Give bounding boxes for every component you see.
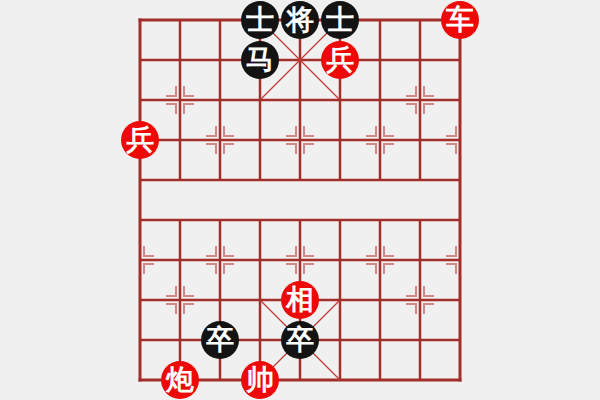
board-point-8-4[interactable] xyxy=(440,160,480,200)
red-general[interactable]: 帅 xyxy=(241,361,279,399)
board-point-6-8[interactable] xyxy=(360,320,400,360)
board-point-6-4[interactable] xyxy=(360,160,400,200)
board-point-4-7[interactable]: 相 xyxy=(280,280,320,320)
board-point-6-2[interactable] xyxy=(360,80,400,120)
board-point-8-6[interactable] xyxy=(440,240,480,280)
board-point-1-4[interactable] xyxy=(160,160,200,200)
board-point-7-1[interactable] xyxy=(400,40,440,80)
board-point-6-0[interactable] xyxy=(360,0,400,40)
board-point-3-5[interactable] xyxy=(240,200,280,240)
board-point-1-5[interactable] xyxy=(160,200,200,240)
board-point-1-2[interactable] xyxy=(160,80,200,120)
red-cannon[interactable]: 炮 xyxy=(161,361,199,399)
board-point-5-4[interactable] xyxy=(320,160,360,200)
board-point-5-8[interactable] xyxy=(320,320,360,360)
board-point-0-5[interactable] xyxy=(120,200,160,240)
board-point-3-7[interactable] xyxy=(240,280,280,320)
board-point-7-0[interactable] xyxy=(400,0,440,40)
black-horse[interactable]: 马 xyxy=(241,41,279,79)
board-point-8-9[interactable] xyxy=(440,360,480,400)
board-point-0-8[interactable] xyxy=(120,320,160,360)
board-point-3-3[interactable] xyxy=(240,120,280,160)
black-advisor-1[interactable]: 士 xyxy=(241,1,279,39)
board-point-3-6[interactable] xyxy=(240,240,280,280)
board-point-0-1[interactable] xyxy=(120,40,160,80)
board-point-4-3[interactable] xyxy=(280,120,320,160)
board-point-5-3[interactable] xyxy=(320,120,360,160)
board-point-2-4[interactable] xyxy=(200,160,240,200)
board-point-8-1[interactable] xyxy=(440,40,480,80)
board-grid: 士将士车马兵兵相卒卒炮帅 xyxy=(120,0,480,400)
board-point-6-1[interactable] xyxy=(360,40,400,80)
board-point-0-7[interactable] xyxy=(120,280,160,320)
board-point-0-2[interactable] xyxy=(120,80,160,120)
board-point-5-5[interactable] xyxy=(320,200,360,240)
board-point-8-3[interactable] xyxy=(440,120,480,160)
xiangqi-board: 士将士车马兵兵相卒卒炮帅 xyxy=(120,0,480,400)
board-point-1-7[interactable] xyxy=(160,280,200,320)
board-point-2-2[interactable] xyxy=(200,80,240,120)
board-point-2-9[interactable] xyxy=(200,360,240,400)
board-point-1-9[interactable]: 炮 xyxy=(160,360,200,400)
board-point-7-9[interactable] xyxy=(400,360,440,400)
black-advisor-2[interactable]: 士 xyxy=(321,1,359,39)
app-background: 士将士车马兵兵相卒卒炮帅 xyxy=(0,0,600,400)
board-point-3-2[interactable] xyxy=(240,80,280,120)
board-point-4-4[interactable] xyxy=(280,160,320,200)
board-point-7-2[interactable] xyxy=(400,80,440,120)
board-point-6-7[interactable] xyxy=(360,280,400,320)
board-point-3-4[interactable] xyxy=(240,160,280,200)
board-point-8-7[interactable] xyxy=(440,280,480,320)
board-point-5-1[interactable]: 兵 xyxy=(320,40,360,80)
board-point-4-0[interactable]: 将 xyxy=(280,0,320,40)
black-soldier-1[interactable]: 卒 xyxy=(201,321,239,359)
board-point-0-0[interactable] xyxy=(120,0,160,40)
board-point-0-3[interactable]: 兵 xyxy=(120,120,160,160)
board-point-6-3[interactable] xyxy=(360,120,400,160)
board-point-2-6[interactable] xyxy=(200,240,240,280)
board-point-1-6[interactable] xyxy=(160,240,200,280)
board-point-5-0[interactable]: 士 xyxy=(320,0,360,40)
red-soldier-2[interactable]: 兵 xyxy=(121,121,159,159)
board-point-3-8[interactable] xyxy=(240,320,280,360)
board-point-7-5[interactable] xyxy=(400,200,440,240)
board-point-7-3[interactable] xyxy=(400,120,440,160)
board-point-3-0[interactable]: 士 xyxy=(240,0,280,40)
board-point-2-7[interactable] xyxy=(200,280,240,320)
board-point-4-5[interactable] xyxy=(280,200,320,240)
board-point-8-0[interactable]: 车 xyxy=(440,0,480,40)
board-point-4-6[interactable] xyxy=(280,240,320,280)
board-point-2-1[interactable] xyxy=(200,40,240,80)
board-point-4-2[interactable] xyxy=(280,80,320,120)
board-point-5-9[interactable] xyxy=(320,360,360,400)
board-point-5-7[interactable] xyxy=(320,280,360,320)
board-point-8-5[interactable] xyxy=(440,200,480,240)
board-point-4-8[interactable]: 卒 xyxy=(280,320,320,360)
board-point-8-8[interactable] xyxy=(440,320,480,360)
board-point-7-6[interactable] xyxy=(400,240,440,280)
board-point-0-9[interactable] xyxy=(120,360,160,400)
board-point-5-6[interactable] xyxy=(320,240,360,280)
board-point-6-5[interactable] xyxy=(360,200,400,240)
red-chariot[interactable]: 车 xyxy=(441,1,479,39)
board-point-5-2[interactable] xyxy=(320,80,360,120)
board-point-1-0[interactable] xyxy=(160,0,200,40)
board-point-4-9[interactable] xyxy=(280,360,320,400)
board-point-3-1[interactable]: 马 xyxy=(240,40,280,80)
board-point-1-8[interactable] xyxy=(160,320,200,360)
board-point-7-8[interactable] xyxy=(400,320,440,360)
board-point-7-7[interactable] xyxy=(400,280,440,320)
black-general[interactable]: 将 xyxy=(281,1,319,39)
board-point-7-4[interactable] xyxy=(400,160,440,200)
red-soldier-1[interactable]: 兵 xyxy=(321,41,359,79)
board-point-2-5[interactable] xyxy=(200,200,240,240)
board-point-2-3[interactable] xyxy=(200,120,240,160)
board-point-2-0[interactable] xyxy=(200,0,240,40)
board-point-1-3[interactable] xyxy=(160,120,200,160)
board-point-2-8[interactable]: 卒 xyxy=(200,320,240,360)
board-point-4-1[interactable] xyxy=(280,40,320,80)
board-point-3-9[interactable]: 帅 xyxy=(240,360,280,400)
board-point-6-6[interactable] xyxy=(360,240,400,280)
board-point-0-4[interactable] xyxy=(120,160,160,200)
board-point-1-1[interactable] xyxy=(160,40,200,80)
board-point-8-2[interactable] xyxy=(440,80,480,120)
black-soldier-2[interactable]: 卒 xyxy=(281,321,319,359)
board-point-6-9[interactable] xyxy=(360,360,400,400)
red-elephant[interactable]: 相 xyxy=(281,281,319,319)
board-point-0-6[interactable] xyxy=(120,240,160,280)
